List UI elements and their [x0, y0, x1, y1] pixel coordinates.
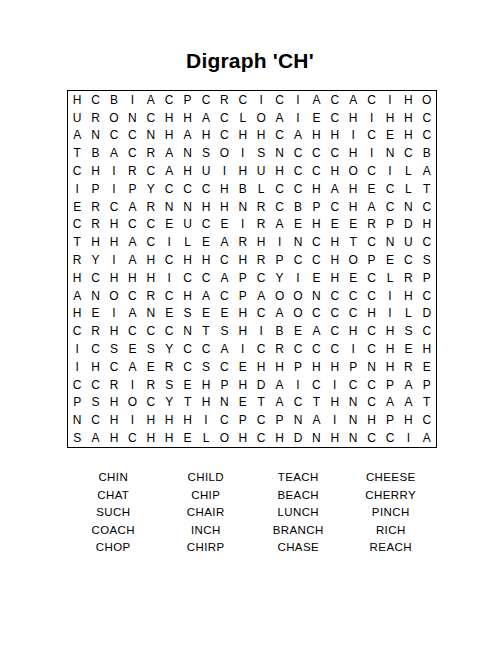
grid-cell[interactable]: H: [197, 251, 215, 269]
grid-cell[interactable]: C: [123, 144, 141, 162]
grid-cell[interactable]: C: [270, 91, 288, 109]
grid-cell[interactable]: A: [197, 287, 215, 305]
grid-cell[interactable]: C: [344, 305, 362, 323]
grid-cell[interactable]: C: [160, 180, 178, 198]
grid-cell[interactable]: C: [326, 109, 344, 127]
grid-cell[interactable]: C: [270, 198, 288, 216]
grid-cell[interactable]: R: [142, 198, 160, 216]
grid-cell[interactable]: C: [160, 322, 178, 340]
grid-cell[interactable]: C: [252, 269, 270, 287]
grid-cell[interactable]: E: [215, 305, 233, 323]
grid-cell[interactable]: A: [197, 109, 215, 127]
grid-cell[interactable]: I: [326, 376, 344, 394]
grid-cell[interactable]: E: [289, 322, 307, 340]
grid-cell[interactable]: I: [289, 269, 307, 287]
grid-cell[interactable]: A: [68, 287, 86, 305]
grid-cell[interactable]: C: [252, 429, 270, 447]
grid-cell[interactable]: C: [289, 340, 307, 358]
grid-cell[interactable]: A: [307, 91, 325, 109]
grid-cell[interactable]: H: [197, 376, 215, 394]
grid-cell[interactable]: N: [142, 127, 160, 145]
grid-cell[interactable]: C: [68, 322, 86, 340]
grid-cell[interactable]: C: [160, 287, 178, 305]
grid-cell[interactable]: S: [418, 251, 436, 269]
grid-cell[interactable]: C: [178, 340, 196, 358]
grid-cell[interactable]: P: [418, 269, 436, 287]
grid-cell[interactable]: N: [344, 411, 362, 429]
grid-cell[interactable]: R: [142, 376, 160, 394]
word-list-item[interactable]: REACH: [345, 539, 438, 557]
grid-cell[interactable]: C: [142, 394, 160, 412]
grid-cell[interactable]: E: [160, 305, 178, 323]
grid-cell[interactable]: H: [86, 162, 104, 180]
grid-cell[interactable]: C: [307, 376, 325, 394]
grid-cell[interactable]: H: [215, 180, 233, 198]
grid-cell[interactable]: A: [270, 394, 288, 412]
grid-cell[interactable]: C: [344, 376, 362, 394]
grid-cell[interactable]: H: [142, 269, 160, 287]
grid-cell[interactable]: A: [326, 180, 344, 198]
grid-cell[interactable]: C: [289, 162, 307, 180]
grid-cell[interactable]: I: [362, 144, 380, 162]
grid-cell[interactable]: S: [160, 376, 178, 394]
grid-cell[interactable]: C: [307, 162, 325, 180]
grid-cell[interactable]: D: [399, 216, 417, 234]
grid-cell[interactable]: H: [381, 340, 399, 358]
grid-cell[interactable]: P: [344, 358, 362, 376]
grid-cell[interactable]: H: [68, 305, 86, 323]
grid-cell[interactable]: T: [197, 322, 215, 340]
grid-cell[interactable]: A: [123, 233, 141, 251]
grid-cell[interactable]: C: [105, 198, 123, 216]
grid-cell[interactable]: P: [289, 358, 307, 376]
grid-cell[interactable]: R: [86, 322, 104, 340]
grid-cell[interactable]: I: [105, 305, 123, 323]
grid-cell[interactable]: C: [215, 127, 233, 145]
grid-cell[interactable]: N: [307, 287, 325, 305]
grid-cell[interactable]: O: [252, 109, 270, 127]
grid-cell[interactable]: H: [215, 198, 233, 216]
word-list-item[interactable]: CHAT: [67, 487, 160, 505]
grid-cell[interactable]: H: [105, 429, 123, 447]
word-list-item[interactable]: CHIP: [160, 487, 253, 505]
grid-cell[interactable]: C: [142, 109, 160, 127]
grid-cell[interactable]: R: [215, 91, 233, 109]
grid-cell[interactable]: C: [307, 251, 325, 269]
word-list-item[interactable]: CHERRY: [345, 487, 438, 505]
grid-cell[interactable]: H: [307, 180, 325, 198]
grid-cell[interactable]: I: [362, 109, 380, 127]
grid-cell[interactable]: P: [68, 394, 86, 412]
grid-cell[interactable]: A: [270, 376, 288, 394]
grid-cell[interactable]: H: [160, 411, 178, 429]
grid-cell[interactable]: A: [344, 91, 362, 109]
grid-cell[interactable]: A: [215, 269, 233, 287]
grid-cell[interactable]: H: [381, 322, 399, 340]
grid-cell[interactable]: H: [105, 216, 123, 234]
grid-cell[interactable]: H: [270, 429, 288, 447]
grid-cell[interactable]: B: [270, 322, 288, 340]
grid-cell[interactable]: P: [270, 411, 288, 429]
grid-cell[interactable]: C: [362, 394, 380, 412]
word-list-item[interactable]: BEACH: [252, 487, 345, 505]
grid-cell[interactable]: C: [123, 216, 141, 234]
grid-cell[interactable]: U: [68, 109, 86, 127]
grid-cell[interactable]: T: [418, 180, 436, 198]
grid-cell[interactable]: P: [123, 180, 141, 198]
grid-cell[interactable]: B: [234, 180, 252, 198]
grid-cell[interactable]: H: [234, 251, 252, 269]
word-list-item[interactable]: CHIRP: [160, 539, 253, 557]
grid-cell[interactable]: H: [326, 162, 344, 180]
grid-cell[interactable]: N: [178, 144, 196, 162]
grid-cell[interactable]: I: [252, 322, 270, 340]
grid-cell[interactable]: C: [142, 216, 160, 234]
grid-cell[interactable]: T: [68, 144, 86, 162]
grid-cell[interactable]: E: [215, 216, 233, 234]
grid-cell[interactable]: I: [344, 127, 362, 145]
grid-cell[interactable]: A: [123, 358, 141, 376]
grid-cell[interactable]: C: [362, 429, 380, 447]
grid-cell[interactable]: A: [399, 394, 417, 412]
grid-cell[interactable]: H: [381, 358, 399, 376]
grid-cell[interactable]: C: [178, 269, 196, 287]
grid-cell[interactable]: C: [270, 127, 288, 145]
grid-cell[interactable]: H: [307, 127, 325, 145]
grid-cell[interactable]: A: [418, 429, 436, 447]
grid-cell[interactable]: A: [215, 233, 233, 251]
word-list-item[interactable]: COACH: [67, 522, 160, 540]
grid-cell[interactable]: C: [381, 180, 399, 198]
grid-cell[interactable]: H: [234, 429, 252, 447]
grid-cell[interactable]: C: [381, 429, 399, 447]
grid-cell[interactable]: I: [381, 162, 399, 180]
grid-cell[interactable]: L: [381, 269, 399, 287]
grid-cell[interactable]: T: [68, 233, 86, 251]
grid-cell[interactable]: C: [307, 305, 325, 323]
grid-cell[interactable]: C: [178, 180, 196, 198]
grid-cell[interactable]: I: [234, 144, 252, 162]
grid-cell[interactable]: E: [178, 376, 196, 394]
grid-cell[interactable]: H: [418, 340, 436, 358]
grid-cell[interactable]: H: [105, 322, 123, 340]
grid-cell[interactable]: C: [307, 340, 325, 358]
grid-cell[interactable]: O: [289, 287, 307, 305]
grid-cell[interactable]: P: [270, 251, 288, 269]
grid-cell[interactable]: H: [234, 322, 252, 340]
grid-cell[interactable]: A: [252, 287, 270, 305]
grid-cell[interactable]: I: [68, 180, 86, 198]
grid-cell[interactable]: R: [86, 109, 104, 127]
grid-cell[interactable]: U: [197, 162, 215, 180]
grid-cell[interactable]: C: [418, 322, 436, 340]
grid-cell[interactable]: B: [289, 198, 307, 216]
grid-cell[interactable]: I: [123, 376, 141, 394]
grid-cell[interactable]: P: [381, 216, 399, 234]
grid-cell[interactable]: C: [381, 198, 399, 216]
word-list-item[interactable]: CHEESE: [345, 469, 438, 487]
grid-cell[interactable]: C: [123, 287, 141, 305]
grid-cell[interactable]: H: [362, 411, 380, 429]
grid-cell[interactable]: H: [307, 358, 325, 376]
grid-cell[interactable]: H: [418, 216, 436, 234]
grid-cell[interactable]: A: [270, 109, 288, 127]
grid-cell[interactable]: O: [105, 287, 123, 305]
grid-cell[interactable]: H: [326, 127, 344, 145]
grid-cell[interactable]: B: [86, 144, 104, 162]
grid-cell[interactable]: A: [178, 127, 196, 145]
grid-cell[interactable]: I: [234, 340, 252, 358]
grid-cell[interactable]: R: [160, 358, 178, 376]
grid-cell[interactable]: H: [105, 269, 123, 287]
grid-cell[interactable]: H: [399, 127, 417, 145]
word-list-item[interactable]: CHASE: [252, 539, 345, 557]
grid-cell[interactable]: A: [381, 394, 399, 412]
grid-cell[interactable]: T: [178, 394, 196, 412]
grid-cell[interactable]: C: [105, 127, 123, 145]
grid-cell[interactable]: H: [252, 358, 270, 376]
grid-cell[interactable]: C: [86, 376, 104, 394]
grid-cell[interactable]: C: [142, 233, 160, 251]
grid-cell[interactable]: A: [86, 429, 104, 447]
grid-cell[interactable]: C: [326, 322, 344, 340]
grid-cell[interactable]: C: [362, 322, 380, 340]
grid-cell[interactable]: H: [326, 394, 344, 412]
word-list-item[interactable]: RICH: [345, 522, 438, 540]
grid-cell[interactable]: C: [418, 127, 436, 145]
word-list-item[interactable]: PINCH: [345, 504, 438, 522]
grid-cell[interactable]: I: [215, 162, 233, 180]
grid-cell[interactable]: E: [344, 216, 362, 234]
grid-cell[interactable]: C: [86, 91, 104, 109]
grid-cell[interactable]: H: [252, 127, 270, 145]
grid-cell[interactable]: A: [68, 127, 86, 145]
grid-cell[interactable]: E: [123, 340, 141, 358]
grid-cell[interactable]: N: [123, 109, 141, 127]
grid-cell[interactable]: C: [362, 233, 380, 251]
grid-cell[interactable]: A: [270, 216, 288, 234]
grid-cell[interactable]: S: [215, 322, 233, 340]
grid-cell[interactable]: C: [326, 144, 344, 162]
grid-cell[interactable]: H: [86, 358, 104, 376]
grid-cell[interactable]: T: [344, 233, 362, 251]
word-list-item[interactable]: SUCH: [67, 504, 160, 522]
grid-cell[interactable]: H: [326, 251, 344, 269]
grid-cell[interactable]: P: [418, 376, 436, 394]
grid-cell[interactable]: A: [270, 305, 288, 323]
grid-cell[interactable]: L: [399, 162, 417, 180]
grid-cell[interactable]: H: [105, 394, 123, 412]
grid-cell[interactable]: C: [362, 269, 380, 287]
grid-cell[interactable]: C: [68, 162, 86, 180]
grid-cell[interactable]: D: [289, 429, 307, 447]
grid-cell[interactable]: C: [215, 358, 233, 376]
grid-cell[interactable]: H: [142, 411, 160, 429]
grid-cell[interactable]: C: [142, 322, 160, 340]
grid-cell[interactable]: H: [344, 198, 362, 216]
grid-cell[interactable]: H: [234, 305, 252, 323]
grid-cell[interactable]: C: [215, 287, 233, 305]
grid-cell[interactable]: H: [234, 162, 252, 180]
grid-cell[interactable]: C: [289, 394, 307, 412]
word-list-item[interactable]: LUNCH: [252, 504, 345, 522]
grid-cell[interactable]: E: [160, 216, 178, 234]
grid-cell[interactable]: H: [105, 411, 123, 429]
grid-cell[interactable]: A: [123, 305, 141, 323]
grid-cell[interactable]: E: [381, 127, 399, 145]
grid-cell[interactable]: A: [399, 376, 417, 394]
grid-cell[interactable]: C: [160, 91, 178, 109]
grid-cell[interactable]: E: [326, 216, 344, 234]
grid-cell[interactable]: H: [197, 394, 215, 412]
grid-cell[interactable]: R: [362, 216, 380, 234]
grid-cell[interactable]: A: [123, 251, 141, 269]
grid-cell[interactable]: H: [362, 305, 380, 323]
grid-cell[interactable]: P: [234, 269, 252, 287]
grid-cell[interactable]: H: [178, 251, 196, 269]
grid-cell[interactable]: O: [270, 287, 288, 305]
grid-cell[interactable]: C: [344, 287, 362, 305]
grid-cell[interactable]: H: [86, 233, 104, 251]
grid-cell[interactable]: C: [178, 358, 196, 376]
grid-cell[interactable]: C: [418, 198, 436, 216]
grid-cell[interactable]: L: [197, 429, 215, 447]
grid-cell[interactable]: H: [252, 233, 270, 251]
grid-cell[interactable]: H: [178, 109, 196, 127]
grid-cell[interactable]: I: [105, 162, 123, 180]
grid-cell[interactable]: R: [142, 144, 160, 162]
grid-cell[interactable]: C: [252, 305, 270, 323]
grid-cell[interactable]: A: [160, 162, 178, 180]
grid-cell[interactable]: L: [252, 180, 270, 198]
grid-cell[interactable]: H: [344, 322, 362, 340]
grid-cell[interactable]: S: [252, 144, 270, 162]
grid-cell[interactable]: R: [86, 216, 104, 234]
grid-cell[interactable]: C: [123, 429, 141, 447]
grid-cell[interactable]: N: [289, 233, 307, 251]
grid-cell[interactable]: R: [252, 198, 270, 216]
grid-cell[interactable]: I: [197, 411, 215, 429]
grid-cell[interactable]: H: [326, 429, 344, 447]
grid-cell[interactable]: L: [399, 180, 417, 198]
grid-cell[interactable]: R: [105, 376, 123, 394]
grid-cell[interactable]: I: [381, 91, 399, 109]
grid-cell[interactable]: C: [362, 162, 380, 180]
grid-cell[interactable]: I: [344, 340, 362, 358]
grid-cell[interactable]: H: [160, 429, 178, 447]
grid-cell[interactable]: C: [418, 109, 436, 127]
grid-cell[interactable]: E: [418, 358, 436, 376]
grid-cell[interactable]: H: [326, 358, 344, 376]
grid-cell[interactable]: H: [270, 358, 288, 376]
grid-cell[interactable]: T: [252, 394, 270, 412]
grid-cell[interactable]: H: [344, 180, 362, 198]
grid-cell[interactable]: C: [399, 144, 417, 162]
grid-cell[interactable]: S: [197, 144, 215, 162]
grid-cell[interactable]: N: [142, 305, 160, 323]
grid-cell[interactable]: B: [418, 144, 436, 162]
grid-cell[interactable]: T: [307, 394, 325, 412]
grid-cell[interactable]: S: [197, 358, 215, 376]
grid-cell[interactable]: O: [105, 109, 123, 127]
grid-cell[interactable]: N: [399, 198, 417, 216]
grid-cell[interactable]: O: [344, 162, 362, 180]
grid-cell[interactable]: Y: [160, 340, 178, 358]
grid-cell[interactable]: H: [142, 251, 160, 269]
grid-cell[interactable]: N: [234, 198, 252, 216]
word-list-item[interactable]: CHIN: [67, 469, 160, 487]
grid-cell[interactable]: R: [123, 162, 141, 180]
grid-cell[interactable]: C: [418, 233, 436, 251]
grid-cell[interactable]: H: [326, 233, 344, 251]
grid-cell[interactable]: H: [399, 411, 417, 429]
grid-cell[interactable]: H: [68, 91, 86, 109]
grid-cell[interactable]: R: [68, 251, 86, 269]
grid-cell[interactable]: C: [197, 180, 215, 198]
grid-cell[interactable]: C: [197, 269, 215, 287]
grid-cell[interactable]: U: [178, 216, 196, 234]
grid-cell[interactable]: C: [270, 180, 288, 198]
grid-cell[interactable]: R: [252, 251, 270, 269]
grid-cell[interactable]: C: [252, 411, 270, 429]
grid-cell[interactable]: Y: [142, 180, 160, 198]
grid-cell[interactable]: P: [215, 376, 233, 394]
grid-cell[interactable]: R: [399, 358, 417, 376]
grid-cell[interactable]: N: [86, 287, 104, 305]
grid-cell[interactable]: U: [399, 233, 417, 251]
grid-cell[interactable]: A: [160, 144, 178, 162]
grid-cell[interactable]: I: [289, 109, 307, 127]
grid-cell[interactable]: C: [252, 340, 270, 358]
grid-cell[interactable]: C: [215, 411, 233, 429]
grid-cell[interactable]: C: [197, 340, 215, 358]
grid-cell[interactable]: R: [86, 198, 104, 216]
grid-cell[interactable]: C: [160, 251, 178, 269]
grid-cell[interactable]: P: [381, 411, 399, 429]
grid-cell[interactable]: N: [344, 394, 362, 412]
grid-cell[interactable]: T: [418, 394, 436, 412]
grid-cell[interactable]: H: [160, 109, 178, 127]
grid-cell[interactable]: C: [362, 127, 380, 145]
grid-cell[interactable]: A: [418, 162, 436, 180]
grid-cell[interactable]: H: [234, 127, 252, 145]
grid-cell[interactable]: N: [160, 198, 178, 216]
grid-cell[interactable]: E: [234, 358, 252, 376]
grid-cell[interactable]: C: [234, 91, 252, 109]
grid-cell[interactable]: E: [307, 269, 325, 287]
grid-cell[interactable]: E: [178, 429, 196, 447]
grid-cell[interactable]: O: [418, 91, 436, 109]
grid-cell[interactable]: P: [362, 251, 380, 269]
grid-cell[interactable]: C: [215, 251, 233, 269]
grid-cell[interactable]: H: [399, 287, 417, 305]
grid-cell[interactable]: H: [399, 109, 417, 127]
grid-cell[interactable]: C: [326, 91, 344, 109]
grid-cell[interactable]: N: [381, 233, 399, 251]
grid-cell[interactable]: H: [307, 216, 325, 234]
grid-cell[interactable]: C: [197, 91, 215, 109]
grid-cell[interactable]: D: [252, 376, 270, 394]
grid-cell[interactable]: E: [307, 109, 325, 127]
grid-cell[interactable]: I: [234, 216, 252, 234]
grid-cell[interactable]: L: [399, 305, 417, 323]
grid-cell[interactable]: N: [178, 198, 196, 216]
grid-cell[interactable]: N: [215, 394, 233, 412]
grid-cell[interactable]: A: [307, 411, 325, 429]
grid-cell[interactable]: I: [123, 91, 141, 109]
grid-cell[interactable]: A: [123, 198, 141, 216]
grid-cell[interactable]: N: [289, 411, 307, 429]
